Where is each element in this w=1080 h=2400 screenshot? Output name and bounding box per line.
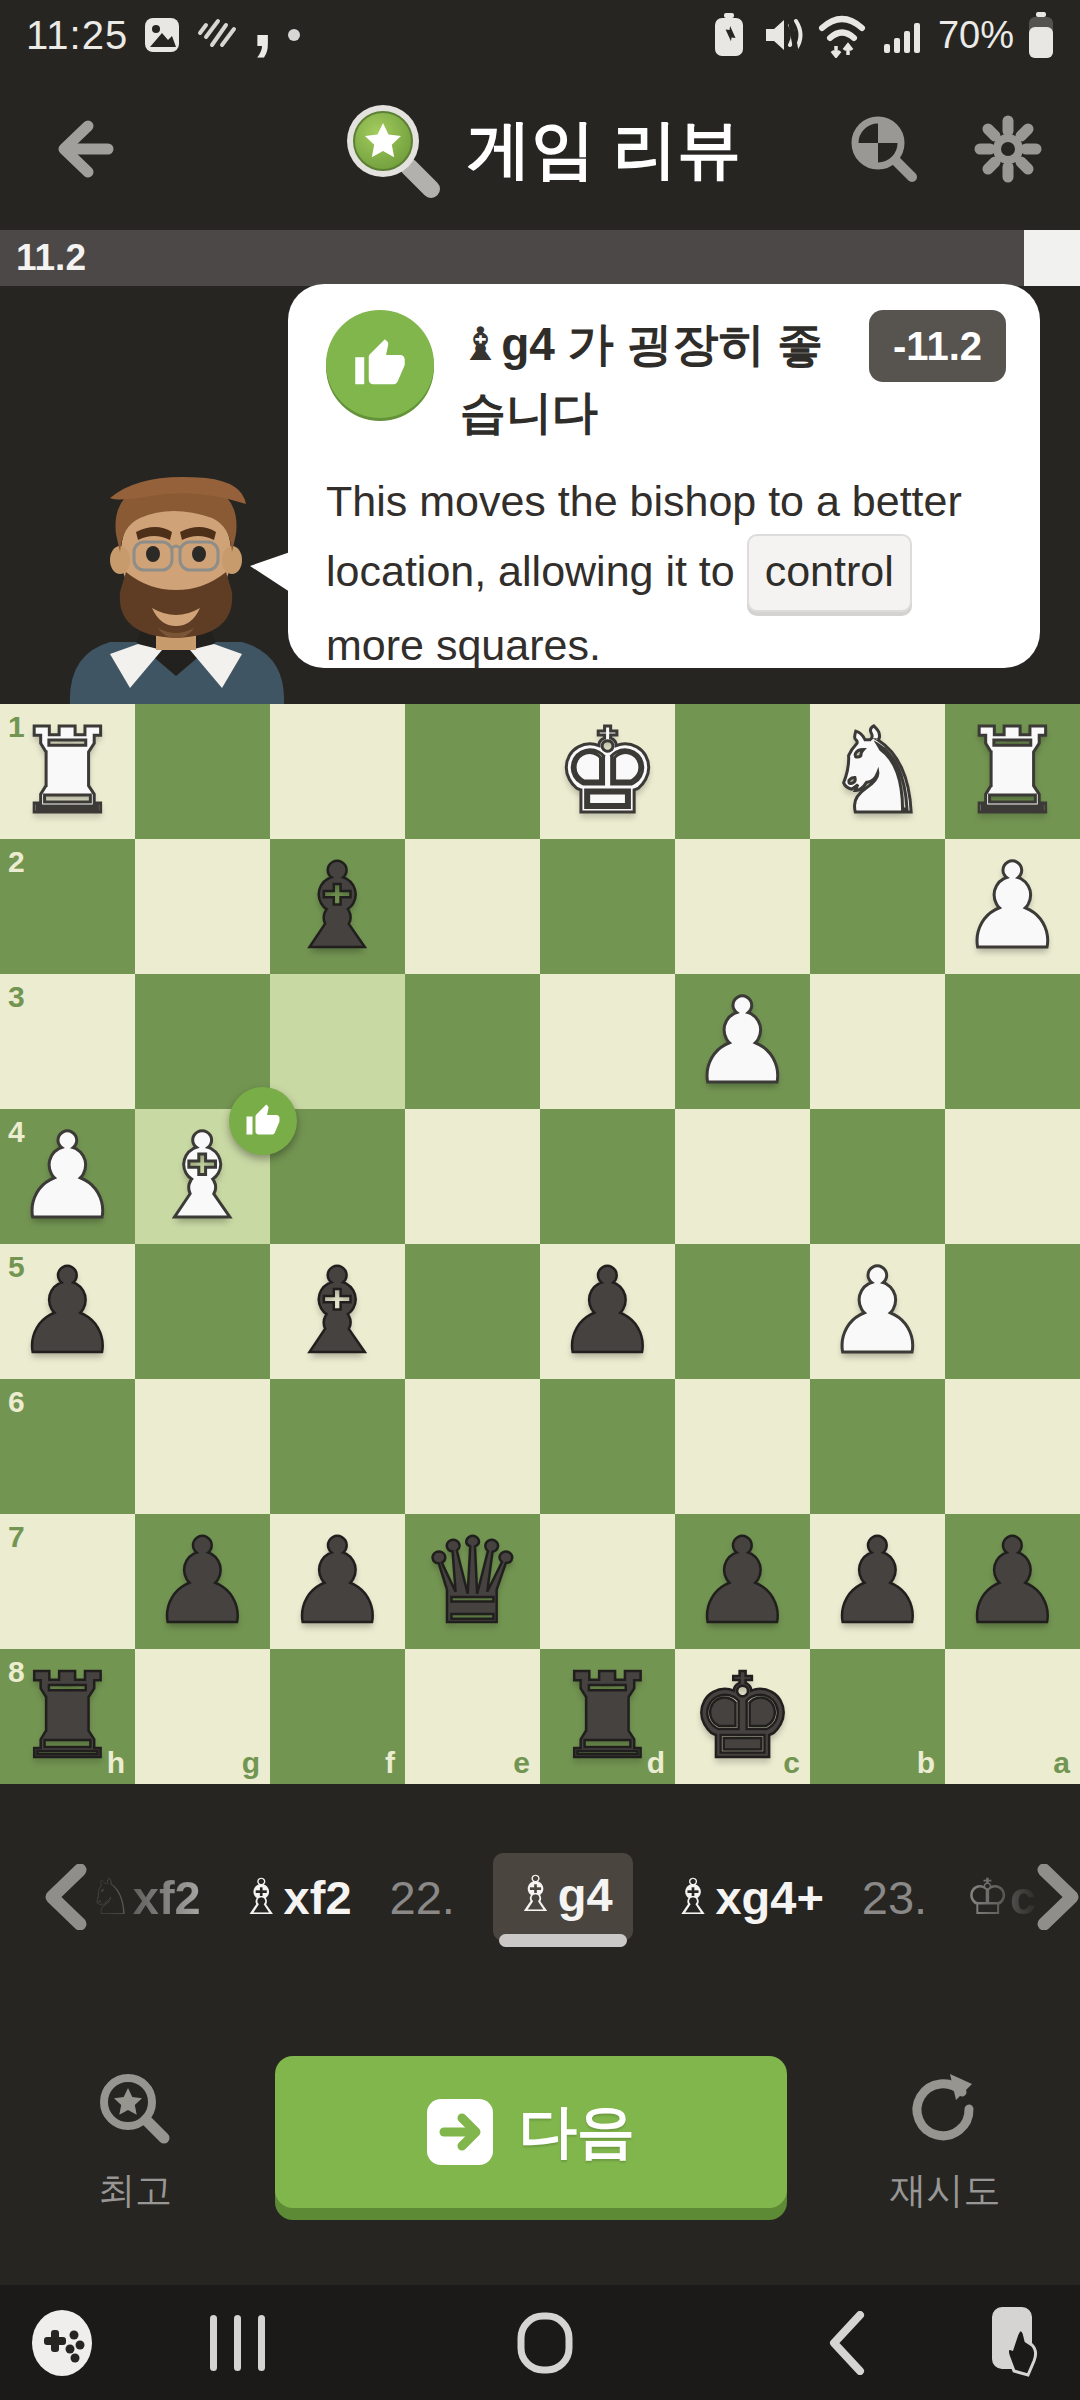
keyword-chip[interactable]: control <box>747 534 912 612</box>
square-f2[interactable]: ♝ <box>270 839 405 974</box>
magnifier-star-icon <box>96 2070 174 2148</box>
battery-icon <box>1028 11 1054 59</box>
square-b2[interactable] <box>810 839 945 974</box>
black-pawn-piece: ♟ <box>135 1514 270 1649</box>
square-e2[interactable] <box>405 839 540 974</box>
move-item-xf2[interactable]: ♘xf2 <box>88 1868 201 1926</box>
square-a1[interactable]: ♜ <box>945 704 1080 839</box>
black-pawn-piece: ♟ <box>945 1514 1080 1649</box>
file-label: g <box>242 1746 260 1780</box>
game-review-logo-icon <box>339 97 443 201</box>
square-a7[interactable]: ♟ <box>945 1514 1080 1649</box>
retry-label: 재시도 <box>890 2166 1001 2216</box>
move-item-xg4+[interactable]: ♗xg4+ <box>671 1868 824 1926</box>
rank-label: 2 <box>8 845 25 879</box>
file-label: a <box>1053 1746 1070 1780</box>
analysis-icon[interactable] <box>848 113 920 185</box>
square-g2[interactable] <box>135 839 270 974</box>
rank-label: 3 <box>8 980 25 1014</box>
square-h4[interactable]: 4♟ <box>0 1109 135 1244</box>
square-c2[interactable] <box>675 839 810 974</box>
home-button[interactable] <box>516 2312 574 2374</box>
thumbs-up-icon <box>326 310 434 418</box>
next-button-label: 다음 <box>519 2093 635 2171</box>
white-knight-piece: ♞ <box>810 704 945 839</box>
gallery-notification-icon <box>142 15 182 55</box>
page-title: 게임 리뷰 <box>467 106 741 193</box>
square-e3[interactable] <box>405 974 540 1109</box>
best-move-button[interactable]: 최고 <box>25 2070 245 2216</box>
square-h7[interactable]: 7 <box>0 1514 135 1649</box>
square-e4[interactable] <box>405 1109 540 1244</box>
rank-label: 6 <box>8 1385 25 1419</box>
white-rook-piece: ♜ <box>0 704 135 839</box>
coach-area: ♝g4 가 굉장히 좋습니다 -11.2 This moves the bish… <box>0 286 1080 704</box>
square-b4[interactable] <box>810 1109 945 1244</box>
square-a4[interactable] <box>945 1109 1080 1244</box>
eval-badge: -11.2 <box>869 310 1006 382</box>
evaluation-value: 11.2 <box>16 237 86 279</box>
move-number[interactable]: 22. <box>390 1870 455 1925</box>
rank-label: 7 <box>8 1520 25 1554</box>
square-g8[interactable]: g <box>135 1649 270 1784</box>
square-e5[interactable] <box>405 1244 540 1379</box>
file-label: b <box>917 1746 935 1780</box>
retry-button[interactable]: 재시도 <box>835 2070 1055 2216</box>
move-item-xf2[interactable]: ♗xf2 <box>239 1868 352 1926</box>
header: 게임 리뷰 <box>0 70 1080 228</box>
game-review-screen: 11:25 , 70% 게임 리뷰 <box>0 0 1080 2400</box>
settings-gear-icon[interactable] <box>972 113 1044 185</box>
square-g1[interactable] <box>135 704 270 839</box>
retry-icon <box>906 2070 984 2148</box>
square-d1[interactable]: ♚ <box>540 704 675 839</box>
square-b8[interactable]: b <box>810 1649 945 1784</box>
square-h6[interactable]: 6 <box>0 1379 135 1514</box>
arrow-right-icon <box>427 2099 493 2165</box>
square-f5[interactable]: ♝ <box>270 1244 405 1379</box>
square-a6[interactable] <box>945 1379 1080 1514</box>
black-rook-piece: ♜ <box>540 1649 675 1784</box>
move-item-c[interactable]: ♔c <box>965 1868 1036 1926</box>
file-label: e <box>513 1746 530 1780</box>
coach-speech-bubble: ♝g4 가 굉장히 좋습니다 -11.2 This moves the bish… <box>288 284 1040 668</box>
black-rook-piece: ♜ <box>0 1649 135 1784</box>
white-rook-piece: ♜ <box>945 704 1080 839</box>
signal-strength-icon <box>882 14 924 56</box>
square-h8[interactable]: 8h♜ <box>0 1649 135 1784</box>
square-g6[interactable] <box>135 1379 270 1514</box>
android-nav-bar <box>0 2285 1080 2400</box>
evaluation-bar: 11.2 <box>0 230 1080 286</box>
square-c4[interactable] <box>675 1109 810 1244</box>
good-move-badge-icon <box>229 1087 297 1155</box>
square-d3[interactable] <box>540 974 675 1109</box>
square-h3[interactable]: 3 <box>0 974 135 1109</box>
square-c6[interactable] <box>675 1379 810 1514</box>
next-move-button[interactable] <box>1036 1864 1080 1930</box>
black-pawn-piece: ♟ <box>675 1514 810 1649</box>
square-c8[interactable]: c♚ <box>675 1649 810 1784</box>
white-pawn-piece: ♟ <box>945 839 1080 974</box>
white-king-piece: ♚ <box>540 704 675 839</box>
square-f7[interactable]: ♟ <box>270 1514 405 1649</box>
evaluation-bar-white-segment <box>1024 230 1080 286</box>
black-bishop-piece: ♝ <box>270 839 405 974</box>
move-number[interactable]: 23. <box>862 1870 927 1925</box>
move-item-g4[interactable]: ♗g4 <box>493 1853 633 1941</box>
square-d8[interactable]: d♜ <box>540 1649 675 1784</box>
black-pawn-piece: ♟ <box>810 1514 945 1649</box>
square-h2[interactable]: 2 <box>0 839 135 974</box>
square-f8[interactable]: f <box>270 1649 405 1784</box>
square-g4[interactable]: ♝ <box>135 1109 270 1244</box>
controls: 최고 다음 재시도 <box>0 2010 1080 2285</box>
wifi-icon <box>818 12 868 58</box>
square-c3[interactable]: ♟ <box>675 974 810 1109</box>
next-button[interactable]: 다음 <box>275 2056 787 2208</box>
square-d5[interactable]: ♟ <box>540 1244 675 1379</box>
square-d6[interactable] <box>540 1379 675 1514</box>
black-pawn-piece: ♟ <box>270 1514 405 1649</box>
square-f3[interactable] <box>270 974 405 1109</box>
white-pawn-piece: ♟ <box>810 1244 945 1379</box>
square-b6[interactable] <box>810 1379 945 1514</box>
status-bar: 11:25 , 70% <box>0 0 1080 70</box>
sound-muted-icon <box>760 13 804 57</box>
square-b1[interactable]: ♞ <box>810 704 945 839</box>
square-b5[interactable]: ♟ <box>810 1244 945 1379</box>
square-f1[interactable] <box>270 704 405 839</box>
square-d2[interactable] <box>540 839 675 974</box>
move-list: ♘xf2♗xf222.♗g4♗xg4+23.♔c <box>88 1853 1036 1941</box>
move-quality-title: ♝g4 가 굉장히 좋습니다 <box>460 310 869 446</box>
chess-board: 1♜♚♞♜2♝♟3♟4♟♝5♟♝♟♟67♟♟♛♟♟♟8h♜gfed♜c♚ba <box>0 704 1080 1784</box>
square-a5[interactable] <box>945 1244 1080 1379</box>
battery-saver-icon <box>712 12 746 58</box>
black-queen-piece: ♛ <box>405 1514 540 1649</box>
white-pawn-piece: ♟ <box>675 974 810 1109</box>
hatch-notification-icon <box>196 15 238 55</box>
black-king-piece: ♚ <box>675 1649 810 1784</box>
back-button[interactable] <box>826 2311 866 2375</box>
square-f6[interactable] <box>270 1379 405 1514</box>
square-e6[interactable] <box>405 1379 540 1514</box>
square-h5[interactable]: 5♟ <box>0 1244 135 1379</box>
square-a3[interactable] <box>945 974 1080 1109</box>
recents-button[interactable] <box>206 2313 270 2373</box>
black-pawn-piece: ♟ <box>0 1244 135 1379</box>
battery-percent: 70% <box>938 14 1014 57</box>
bishop-glyph: ♝ <box>460 317 501 371</box>
square-c5[interactable] <box>675 1244 810 1379</box>
gesture-hint-icon[interactable] <box>986 2303 1044 2383</box>
speech-bubble-tail <box>250 550 296 596</box>
dot-notification-icon <box>287 28 301 42</box>
square-e1[interactable] <box>405 704 540 839</box>
square-d4[interactable] <box>540 1109 675 1244</box>
prev-move-button[interactable] <box>42 1864 88 1930</box>
square-h1[interactable]: 1♜ <box>0 704 135 839</box>
coach-comment: This moves the bishop to a better locati… <box>326 468 1006 678</box>
white-pawn-piece: ♟ <box>0 1109 135 1244</box>
square-b7[interactable]: ♟ <box>810 1514 945 1649</box>
square-e7[interactable]: ♛ <box>405 1514 540 1649</box>
square-b3[interactable] <box>810 974 945 1109</box>
square-c7[interactable]: ♟ <box>675 1514 810 1649</box>
file-label: f <box>385 1746 395 1780</box>
square-a8[interactable]: a <box>945 1649 1080 1784</box>
square-d7[interactable] <box>540 1514 675 1649</box>
square-g5[interactable] <box>135 1244 270 1379</box>
game-tools-icon[interactable] <box>28 2309 96 2377</box>
square-c1[interactable] <box>675 704 810 839</box>
black-bishop-piece: ♝ <box>270 1244 405 1379</box>
square-g7[interactable]: ♟ <box>135 1514 270 1649</box>
clock-time: 11:25 <box>26 13 128 58</box>
black-pawn-piece: ♟ <box>540 1244 675 1379</box>
square-a2[interactable]: ♟ <box>945 839 1080 974</box>
square-e8[interactable]: e <box>405 1649 540 1784</box>
best-move-label: 최고 <box>98 2166 172 2216</box>
move-bar: ♘xf2♗xf222.♗g4♗xg4+23.♔c <box>0 1784 1080 2010</box>
swirl-notification-icon: , <box>252 6 273 36</box>
